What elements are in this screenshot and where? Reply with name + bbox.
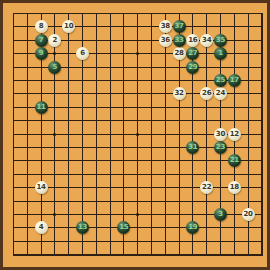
stone-black-31[interactable]: 31 bbox=[186, 141, 199, 154]
stone-number: 12 bbox=[230, 131, 239, 138]
stone-white-20[interactable]: 20 bbox=[242, 208, 255, 221]
stone-number: 36 bbox=[161, 37, 170, 44]
stone-number: 32 bbox=[174, 90, 183, 97]
stone-white-26[interactable]: 26 bbox=[200, 87, 213, 100]
stone-number: 31 bbox=[188, 144, 197, 151]
stone-black-19[interactable]: 19 bbox=[186, 221, 199, 234]
stone-white-2[interactable]: 2 bbox=[48, 34, 61, 47]
stone-black-29[interactable]: 29 bbox=[186, 61, 199, 74]
stone-white-6[interactable]: 6 bbox=[76, 47, 89, 60]
stone-white-14[interactable]: 14 bbox=[35, 181, 48, 194]
stone-black-3[interactable]: 3 bbox=[214, 208, 227, 221]
stone-black-17[interactable]: 17 bbox=[228, 74, 241, 87]
stone-number: 17 bbox=[230, 77, 239, 84]
stone-white-38[interactable]: 38 bbox=[159, 20, 172, 33]
stone-white-16[interactable]: 16 bbox=[186, 34, 199, 47]
stone-number: 22 bbox=[202, 184, 211, 191]
stone-number: 2 bbox=[53, 37, 58, 44]
stone-white-22[interactable]: 22 bbox=[200, 181, 213, 194]
stone-number: 13 bbox=[78, 224, 87, 231]
stone-number: 24 bbox=[216, 90, 225, 97]
stone-number: 4 bbox=[39, 224, 44, 231]
stone-number: 6 bbox=[80, 50, 85, 57]
stone-number: 16 bbox=[188, 37, 197, 44]
stone-number: 9 bbox=[39, 50, 44, 57]
stone-black-11[interactable]: 11 bbox=[35, 101, 48, 114]
stone-black-23[interactable]: 23 bbox=[214, 141, 227, 154]
stone-black-33[interactable]: 33 bbox=[173, 34, 186, 47]
stone-black-1[interactable]: 1 bbox=[214, 47, 227, 60]
stone-black-13[interactable]: 13 bbox=[76, 221, 89, 234]
stone-number: 23 bbox=[216, 144, 225, 151]
stone-black-27[interactable]: 27 bbox=[186, 47, 199, 60]
stone-number: 28 bbox=[174, 50, 183, 57]
stone-white-18[interactable]: 18 bbox=[228, 181, 241, 194]
stone-black-25[interactable]: 25 bbox=[214, 74, 227, 87]
stone-number: 1 bbox=[218, 50, 223, 57]
stone-black-15[interactable]: 15 bbox=[117, 221, 130, 234]
stone-white-24[interactable]: 24 bbox=[214, 87, 227, 100]
stone-black-5[interactable]: 5 bbox=[48, 61, 61, 74]
stone-number: 7 bbox=[39, 37, 44, 44]
stone-white-30[interactable]: 30 bbox=[214, 128, 227, 141]
stone-white-10[interactable]: 10 bbox=[62, 20, 75, 33]
stone-black-9[interactable]: 9 bbox=[35, 47, 48, 60]
stone-white-36[interactable]: 36 bbox=[159, 34, 172, 47]
stone-black-21[interactable]: 21 bbox=[228, 154, 241, 167]
stone-number: 38 bbox=[161, 23, 170, 30]
stone-number: 29 bbox=[188, 64, 197, 71]
stone-white-34[interactable]: 34 bbox=[200, 34, 213, 47]
stone-number: 34 bbox=[202, 37, 211, 44]
stone-number: 5 bbox=[53, 64, 58, 71]
stone-number: 8 bbox=[39, 23, 44, 30]
stone-white-12[interactable]: 12 bbox=[228, 128, 241, 141]
stone-black-35[interactable]: 35 bbox=[214, 34, 227, 47]
stone-number: 27 bbox=[188, 50, 197, 57]
stones-layer[interactable]: 1234567891011121314151617181920212223242… bbox=[7, 7, 269, 261]
stone-white-28[interactable]: 28 bbox=[173, 47, 186, 60]
stone-number: 3 bbox=[218, 211, 223, 218]
stone-number: 20 bbox=[243, 211, 252, 218]
stone-number: 35 bbox=[216, 37, 225, 44]
go-board: 1234567891011121314151617181920212223242… bbox=[0, 0, 270, 270]
stone-number: 33 bbox=[174, 37, 183, 44]
stone-number: 21 bbox=[230, 157, 239, 164]
stone-number: 30 bbox=[216, 131, 225, 138]
stone-white-8[interactable]: 8 bbox=[35, 20, 48, 33]
stone-number: 37 bbox=[174, 23, 183, 30]
stone-number: 19 bbox=[188, 224, 197, 231]
stone-number: 10 bbox=[64, 23, 73, 30]
stone-white-4[interactable]: 4 bbox=[35, 221, 48, 234]
stone-black-37[interactable]: 37 bbox=[173, 20, 186, 33]
stone-number: 15 bbox=[119, 224, 128, 231]
stone-number: 14 bbox=[37, 184, 46, 191]
stone-white-32[interactable]: 32 bbox=[173, 87, 186, 100]
stone-number: 25 bbox=[216, 77, 225, 84]
stone-number: 26 bbox=[202, 90, 211, 97]
stone-black-7[interactable]: 7 bbox=[35, 34, 48, 47]
stone-number: 18 bbox=[230, 184, 239, 191]
stone-number: 11 bbox=[37, 104, 46, 111]
